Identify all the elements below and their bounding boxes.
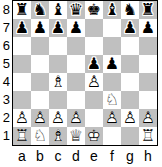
white-queen: ♕ xyxy=(67,127,85,145)
square-h2[interactable]: ♟♙ xyxy=(139,109,157,127)
file-labels-spacer xyxy=(0,146,13,167)
black-king: ♚ xyxy=(85,1,103,19)
black-pawn: ♟ xyxy=(13,19,31,37)
square-c5[interactable] xyxy=(49,55,67,73)
square-g4[interactable] xyxy=(121,73,139,91)
white-pawn-fill: ♟ xyxy=(103,109,121,127)
square-e5[interactable]: ♟ xyxy=(85,55,103,73)
black-rook: ♜ xyxy=(13,1,31,19)
square-f1[interactable] xyxy=(103,127,121,145)
white-king: ♔ xyxy=(85,127,103,145)
file-labels-row: abcdefgh xyxy=(0,146,162,167)
file-label-a: a xyxy=(13,146,31,167)
white-pawn: ♙ xyxy=(121,109,139,127)
square-g5[interactable] xyxy=(121,55,139,73)
rank-label-8: 8 xyxy=(0,1,12,19)
white-pawn: ♙ xyxy=(13,109,31,127)
black-pawn: ♟ xyxy=(49,19,67,37)
square-b6[interactable] xyxy=(31,37,49,55)
square-a2[interactable]: ♟♙ xyxy=(13,109,31,127)
square-b3[interactable] xyxy=(31,91,49,109)
square-c7[interactable]: ♟ xyxy=(49,19,67,37)
square-a1[interactable]: ♜♖ xyxy=(13,127,31,145)
black-knight: ♞ xyxy=(121,1,139,19)
file-label-d: d xyxy=(67,146,85,167)
white-pawn-fill: ♟ xyxy=(49,109,67,127)
white-rook-fill: ♜ xyxy=(139,127,157,145)
square-d4[interactable] xyxy=(67,73,85,91)
square-d8[interactable]: ♛ xyxy=(67,1,85,19)
white-rook: ♖ xyxy=(13,127,31,145)
square-a6[interactable] xyxy=(13,37,31,55)
square-e4[interactable]: ♟♙ xyxy=(85,73,103,91)
board-with-rank-labels: 87654321 ♜♞♝♛♚♝♞♜♟♟♟♟♟♟♟♟♝♗♟♙♞♘♟♙♟♙♟♙♟♙♟… xyxy=(0,0,162,146)
white-pawn: ♙ xyxy=(85,73,103,91)
square-e3[interactable] xyxy=(85,91,103,109)
rank-label-7: 7 xyxy=(0,19,12,37)
rank-label-3: 3 xyxy=(0,91,12,109)
square-a8[interactable]: ♜ xyxy=(13,1,31,19)
square-d7[interactable]: ♟ xyxy=(67,19,85,37)
white-pawn: ♙ xyxy=(139,109,157,127)
white-knight-fill: ♞ xyxy=(103,91,121,109)
black-knight: ♞ xyxy=(31,1,49,19)
white-rook: ♖ xyxy=(139,127,157,145)
square-e2[interactable] xyxy=(85,109,103,127)
square-a4[interactable] xyxy=(13,73,31,91)
white-knight: ♘ xyxy=(31,127,49,145)
square-d1[interactable]: ♛♕ xyxy=(67,127,85,145)
square-h7[interactable]: ♟ xyxy=(139,19,157,37)
chess-board: ♜♞♝♛♚♝♞♜♟♟♟♟♟♟♟♟♝♗♟♙♞♘♟♙♟♙♟♙♟♙♟♙♟♙♟♙♜♖♞♘… xyxy=(12,0,158,146)
white-pawn-fill: ♟ xyxy=(67,109,85,127)
square-e1[interactable]: ♚♔ xyxy=(85,127,103,145)
black-pawn: ♟ xyxy=(85,55,103,73)
square-h1[interactable]: ♜♖ xyxy=(139,127,157,145)
file-labels: abcdefgh xyxy=(13,146,157,167)
white-bishop-fill: ♝ xyxy=(49,73,67,91)
rank-label-5: 5 xyxy=(0,55,12,73)
black-bishop: ♝ xyxy=(49,1,67,19)
square-c4[interactable]: ♝♗ xyxy=(49,73,67,91)
square-c3[interactable] xyxy=(49,91,67,109)
square-f6[interactable] xyxy=(103,37,121,55)
square-c6[interactable] xyxy=(49,37,67,55)
white-pawn: ♙ xyxy=(31,109,49,127)
white-queen-fill: ♛ xyxy=(67,127,85,145)
square-f3[interactable]: ♞♘ xyxy=(103,91,121,109)
white-bishop: ♗ xyxy=(49,73,67,91)
rank-label-6: 6 xyxy=(0,37,12,55)
square-a7[interactable]: ♟ xyxy=(13,19,31,37)
black-pawn: ♟ xyxy=(31,19,49,37)
black-pawn: ♟ xyxy=(103,55,121,73)
square-b8[interactable]: ♞ xyxy=(31,1,49,19)
black-bishop: ♝ xyxy=(103,1,121,19)
white-pawn-fill: ♟ xyxy=(139,109,157,127)
square-e8[interactable]: ♚ xyxy=(85,1,103,19)
white-king-fill: ♚ xyxy=(85,127,103,145)
square-b5[interactable] xyxy=(31,55,49,73)
white-bishop: ♗ xyxy=(49,127,67,145)
chess-diagram: 87654321 ♜♞♝♛♚♝♞♜♟♟♟♟♟♟♟♟♝♗♟♙♞♘♟♙♟♙♟♙♟♙♟… xyxy=(0,0,162,167)
file-label-g: g xyxy=(121,146,139,167)
square-d6[interactable] xyxy=(67,37,85,55)
black-pawn: ♟ xyxy=(67,19,85,37)
square-e7[interactable] xyxy=(85,19,103,37)
square-h3[interactable] xyxy=(139,91,157,109)
white-bishop-fill: ♝ xyxy=(49,127,67,145)
white-pawn-fill: ♟ xyxy=(121,109,139,127)
square-f4[interactable] xyxy=(103,73,121,91)
square-e6[interactable] xyxy=(85,37,103,55)
square-c8[interactable]: ♝ xyxy=(49,1,67,19)
black-rook: ♜ xyxy=(139,1,157,19)
square-h5[interactable] xyxy=(139,55,157,73)
file-label-f: f xyxy=(103,146,121,167)
white-pawn-fill: ♟ xyxy=(13,109,31,127)
square-g8[interactable]: ♞ xyxy=(121,1,139,19)
square-g7[interactable]: ♟ xyxy=(121,19,139,37)
black-queen: ♛ xyxy=(67,1,85,19)
square-f8[interactable]: ♝ xyxy=(103,1,121,19)
square-c2[interactable]: ♟♙ xyxy=(49,109,67,127)
white-pawn-fill: ♟ xyxy=(31,109,49,127)
white-pawn: ♙ xyxy=(49,109,67,127)
square-d2[interactable]: ♟♙ xyxy=(67,109,85,127)
file-label-c: c xyxy=(49,146,67,167)
black-pawn: ♟ xyxy=(139,19,157,37)
square-h8[interactable]: ♜ xyxy=(139,1,157,19)
white-knight-fill: ♞ xyxy=(31,127,49,145)
square-g2[interactable]: ♟♙ xyxy=(121,109,139,127)
square-f2[interactable]: ♟♙ xyxy=(103,109,121,127)
square-h4[interactable] xyxy=(139,73,157,91)
white-knight: ♘ xyxy=(103,91,121,109)
square-d3[interactable] xyxy=(67,91,85,109)
rank-label-2: 2 xyxy=(0,109,12,127)
square-a3[interactable] xyxy=(13,91,31,109)
square-d5[interactable] xyxy=(67,55,85,73)
white-pawn: ♙ xyxy=(103,109,121,127)
square-b2[interactable]: ♟♙ xyxy=(31,109,49,127)
file-label-b: b xyxy=(31,146,49,167)
file-label-e: e xyxy=(85,146,103,167)
square-c1[interactable]: ♝♗ xyxy=(49,127,67,145)
square-b4[interactable] xyxy=(31,73,49,91)
square-g1[interactable] xyxy=(121,127,139,145)
rank-label-4: 4 xyxy=(0,73,12,91)
square-f5[interactable]: ♟ xyxy=(103,55,121,73)
black-pawn: ♟ xyxy=(121,19,139,37)
white-rook-fill: ♜ xyxy=(13,127,31,145)
white-pawn: ♙ xyxy=(67,109,85,127)
square-g6[interactable] xyxy=(121,37,139,55)
file-label-h: h xyxy=(139,146,157,167)
white-pawn-fill: ♟ xyxy=(85,73,103,91)
square-f7[interactable] xyxy=(103,19,121,37)
rank-label-1: 1 xyxy=(0,127,12,145)
square-h6[interactable] xyxy=(139,37,157,55)
square-b7[interactable]: ♟ xyxy=(31,19,49,37)
rank-labels: 87654321 xyxy=(0,1,12,145)
square-b1[interactable]: ♞♘ xyxy=(31,127,49,145)
square-a5[interactable] xyxy=(13,55,31,73)
square-g3[interactable] xyxy=(121,91,139,109)
